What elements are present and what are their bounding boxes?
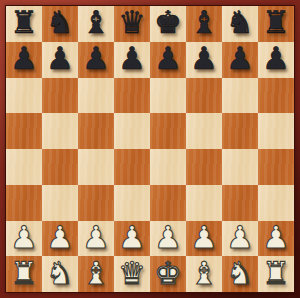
square-h8[interactable]: ♜ (258, 6, 294, 42)
piece-black-pawn[interactable]: ♟ (262, 43, 290, 74)
square-h4[interactable] (258, 149, 294, 185)
square-c3[interactable] (78, 185, 114, 221)
piece-black-knight[interactable]: ♞ (46, 7, 74, 38)
piece-white-bishop[interactable]: ♝ (190, 258, 218, 289)
piece-black-pawn[interactable]: ♟ (118, 43, 146, 74)
square-d8[interactable]: ♛ (114, 6, 150, 42)
square-g2[interactable]: ♟ (222, 221, 258, 257)
square-e8[interactable]: ♚ (150, 6, 186, 42)
square-f7[interactable]: ♟ (186, 42, 222, 78)
square-g7[interactable]: ♟ (222, 42, 258, 78)
piece-black-queen[interactable]: ♛ (118, 7, 146, 38)
square-c7[interactable]: ♟ (78, 42, 114, 78)
square-d4[interactable] (114, 149, 150, 185)
square-a3[interactable] (6, 185, 42, 221)
square-g5[interactable] (222, 113, 258, 149)
square-b3[interactable] (42, 185, 78, 221)
square-a8[interactable]: ♜ (6, 6, 42, 42)
piece-white-pawn[interactable]: ♟ (262, 222, 290, 253)
piece-white-pawn[interactable]: ♟ (10, 222, 38, 253)
piece-white-queen[interactable]: ♛ (118, 258, 146, 289)
piece-white-bishop[interactable]: ♝ (82, 258, 110, 289)
piece-black-pawn[interactable]: ♟ (10, 43, 38, 74)
piece-white-king[interactable]: ♚ (154, 258, 182, 289)
square-f8[interactable]: ♝ (186, 6, 222, 42)
piece-black-bishop[interactable]: ♝ (82, 7, 110, 38)
square-d1[interactable]: ♛ (114, 256, 150, 292)
square-b1[interactable]: ♞ (42, 256, 78, 292)
square-f5[interactable] (186, 113, 222, 149)
square-e7[interactable]: ♟ (150, 42, 186, 78)
square-b6[interactable] (42, 78, 78, 114)
piece-white-pawn[interactable]: ♟ (82, 222, 110, 253)
square-d5[interactable] (114, 113, 150, 149)
square-c8[interactable]: ♝ (78, 6, 114, 42)
square-g4[interactable] (222, 149, 258, 185)
piece-black-pawn[interactable]: ♟ (46, 43, 74, 74)
square-b7[interactable]: ♟ (42, 42, 78, 78)
piece-black-knight[interactable]: ♞ (226, 7, 254, 38)
square-f4[interactable] (186, 149, 222, 185)
square-f3[interactable] (186, 185, 222, 221)
square-g3[interactable] (222, 185, 258, 221)
piece-black-pawn[interactable]: ♟ (82, 43, 110, 74)
piece-black-king[interactable]: ♚ (154, 7, 182, 38)
piece-white-pawn[interactable]: ♟ (118, 222, 146, 253)
square-e1[interactable]: ♚ (150, 256, 186, 292)
square-d7[interactable]: ♟ (114, 42, 150, 78)
piece-black-pawn[interactable]: ♟ (154, 43, 182, 74)
square-g6[interactable] (222, 78, 258, 114)
piece-black-rook[interactable]: ♜ (10, 7, 38, 38)
square-b2[interactable]: ♟ (42, 221, 78, 257)
square-d6[interactable] (114, 78, 150, 114)
piece-white-rook[interactable]: ♜ (10, 258, 38, 289)
square-g8[interactable]: ♞ (222, 6, 258, 42)
square-f2[interactable]: ♟ (186, 221, 222, 257)
square-e6[interactable] (150, 78, 186, 114)
piece-white-knight[interactable]: ♞ (46, 258, 74, 289)
square-a5[interactable] (6, 113, 42, 149)
square-d3[interactable] (114, 185, 150, 221)
square-a7[interactable]: ♟ (6, 42, 42, 78)
square-a1[interactable]: ♜ (6, 256, 42, 292)
piece-black-rook[interactable]: ♜ (262, 7, 290, 38)
square-c6[interactable] (78, 78, 114, 114)
square-a4[interactable] (6, 149, 42, 185)
piece-white-pawn[interactable]: ♟ (154, 222, 182, 253)
square-e3[interactable] (150, 185, 186, 221)
piece-white-knight[interactable]: ♞ (226, 258, 254, 289)
square-e2[interactable]: ♟ (150, 221, 186, 257)
square-h3[interactable] (258, 185, 294, 221)
square-f1[interactable]: ♝ (186, 256, 222, 292)
square-h2[interactable]: ♟ (258, 221, 294, 257)
square-b8[interactable]: ♞ (42, 6, 78, 42)
square-c5[interactable] (78, 113, 114, 149)
square-c4[interactable] (78, 149, 114, 185)
square-c2[interactable]: ♟ (78, 221, 114, 257)
square-g1[interactable]: ♞ (222, 256, 258, 292)
square-h1[interactable]: ♜ (258, 256, 294, 292)
piece-black-bishop[interactable]: ♝ (190, 7, 218, 38)
square-b5[interactable] (42, 113, 78, 149)
piece-white-pawn[interactable]: ♟ (190, 222, 218, 253)
piece-black-pawn[interactable]: ♟ (190, 43, 218, 74)
square-a2[interactable]: ♟ (6, 221, 42, 257)
square-c1[interactable]: ♝ (78, 256, 114, 292)
chess-board: ♜♞♝♛♚♝♞♜♟♟♟♟♟♟♟♟♟♟♟♟♟♟♟♟♜♞♝♛♚♝♞♜ (6, 6, 294, 292)
square-e4[interactable] (150, 149, 186, 185)
piece-white-rook[interactable]: ♜ (262, 258, 290, 289)
square-h5[interactable] (258, 113, 294, 149)
board-frame: ♜♞♝♛♚♝♞♜♟♟♟♟♟♟♟♟♟♟♟♟♟♟♟♟♜♞♝♛♚♝♞♜ (0, 0, 300, 298)
piece-black-pawn[interactable]: ♟ (226, 43, 254, 74)
square-b4[interactable] (42, 149, 78, 185)
piece-white-pawn[interactable]: ♟ (46, 222, 74, 253)
square-h7[interactable]: ♟ (258, 42, 294, 78)
square-e5[interactable] (150, 113, 186, 149)
square-f6[interactable] (186, 78, 222, 114)
square-d2[interactable]: ♟ (114, 221, 150, 257)
square-h6[interactable] (258, 78, 294, 114)
square-a6[interactable] (6, 78, 42, 114)
piece-white-pawn[interactable]: ♟ (226, 222, 254, 253)
